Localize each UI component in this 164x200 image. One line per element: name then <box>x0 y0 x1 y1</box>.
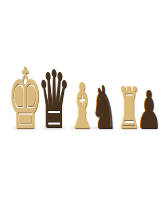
black-knight-piece: ♞ <box>91 78 116 137</box>
product-photo: ♚ ♛ ♝ ♞ ♜ ♟ <box>0 0 164 200</box>
black-queen-piece: ♛ <box>38 61 71 140</box>
black-pawn-piece: ♟ <box>137 84 161 136</box>
